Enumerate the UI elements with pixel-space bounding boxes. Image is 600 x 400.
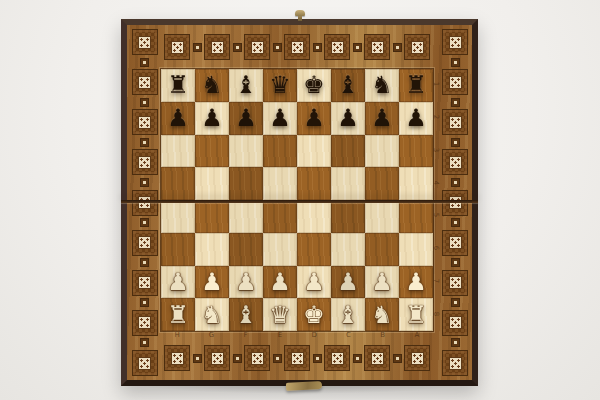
- black-king[interactable]: ♚: [303, 73, 325, 97]
- inlay-motif-center: [449, 36, 462, 49]
- square-c3[interactable]: [229, 233, 263, 266]
- white-pawn[interactable]: ♟: [405, 270, 427, 294]
- square-c8[interactable]: ♝: [229, 69, 263, 102]
- black-bishop[interactable]: ♝: [337, 73, 359, 97]
- inlay-motif-center: [449, 316, 462, 329]
- file-label-h: H: [160, 330, 194, 340]
- square-c1[interactable]: ♝: [229, 298, 263, 331]
- inlay-motif-center: [449, 116, 462, 129]
- inlay-motif: [204, 34, 230, 60]
- inlay-motif: [132, 310, 158, 336]
- inlay-mini-square: [140, 298, 149, 307]
- inlay-mini-square: [313, 354, 322, 363]
- inlay-motif-center: [211, 352, 224, 365]
- square-b4[interactable]: [195, 200, 229, 233]
- square-g1[interactable]: ♞: [365, 298, 399, 331]
- square-h7[interactable]: ♟: [399, 102, 433, 135]
- inlay-motif-center: [371, 352, 384, 365]
- inlay-mini-square: [140, 98, 149, 107]
- square-h2[interactable]: ♟: [399, 266, 433, 299]
- file-labels: HGFEDCBA: [160, 330, 434, 340]
- square-g8[interactable]: ♞: [365, 69, 399, 102]
- square-d1[interactable]: ♛: [263, 298, 297, 331]
- white-rook[interactable]: ♜: [167, 303, 189, 327]
- black-pawn[interactable]: ♟: [405, 106, 427, 130]
- inlay-motif: [364, 34, 390, 60]
- file-label-f: F: [229, 330, 263, 340]
- white-knight[interactable]: ♞: [201, 303, 223, 327]
- square-g5[interactable]: [365, 167, 399, 200]
- inlay-motif-center: [251, 352, 264, 365]
- chess-board: ♜♞♝♛♚♝♞♜♟♟♟♟♟♟♟♟♟♟♟♟♟♟♟♟♜♞♝♛♚♝♞♜ HGFEDCB…: [121, 19, 478, 386]
- white-pawn[interactable]: ♟: [337, 270, 359, 294]
- inlay-motif: [442, 310, 468, 336]
- inlay-motif-center: [411, 41, 424, 54]
- square-d3[interactable]: [263, 233, 297, 266]
- inlay-mini-square: [451, 338, 460, 347]
- black-rook[interactable]: ♜: [405, 73, 427, 97]
- inlay-motif-center: [449, 156, 462, 169]
- rank-label-5: 5: [433, 213, 441, 217]
- inlay-motif-center: [449, 236, 462, 249]
- rank-label-2: 2: [433, 115, 441, 119]
- inlay-mini-square: [273, 43, 282, 52]
- inlay-motif: [204, 345, 230, 371]
- inlay-motif-center: [138, 76, 151, 89]
- inlay-mini-square: [313, 43, 322, 52]
- inlay-mini-square: [451, 98, 460, 107]
- inlay-mini-square: [353, 43, 362, 52]
- square-c2[interactable]: ♟: [229, 266, 263, 299]
- square-e3[interactable]: [297, 233, 331, 266]
- black-pawn[interactable]: ♟: [371, 106, 393, 130]
- square-c5[interactable]: [229, 167, 263, 200]
- square-f5[interactable]: [331, 167, 365, 200]
- square-g2[interactable]: ♟: [365, 266, 399, 299]
- inlay-mini-square: [140, 258, 149, 267]
- black-pawn[interactable]: ♟: [201, 106, 223, 130]
- white-bishop[interactable]: ♝: [235, 303, 257, 327]
- inlay-motif-center: [171, 352, 184, 365]
- black-bishop[interactable]: ♝: [235, 73, 257, 97]
- inlay-motif-center: [371, 41, 384, 54]
- inlay-mini-square: [393, 43, 402, 52]
- white-queen[interactable]: ♛: [269, 303, 291, 327]
- inlay-motif-center: [138, 357, 151, 370]
- inlay-mini-square: [273, 354, 282, 363]
- inlay-motif: [324, 34, 350, 60]
- inlay-motif-center: [449, 76, 462, 89]
- file-label-d: D: [297, 330, 331, 340]
- inlay-mini-square: [233, 354, 242, 363]
- inlay-motif-center: [138, 316, 151, 329]
- white-king[interactable]: ♚: [303, 303, 325, 327]
- inlay-motif-center: [211, 41, 224, 54]
- square-a1[interactable]: ♜: [161, 298, 195, 331]
- black-rook[interactable]: ♜: [167, 73, 189, 97]
- black-knight[interactable]: ♞: [201, 73, 223, 97]
- rank-label-8: 8: [433, 311, 441, 315]
- square-b8[interactable]: ♞: [195, 69, 229, 102]
- rank-label-6: 6: [433, 246, 441, 250]
- inlay-motif: [284, 34, 310, 60]
- inlay-motif: [404, 345, 430, 371]
- inlay-motif: [244, 345, 270, 371]
- inlay-motif: [132, 109, 158, 135]
- square-a2[interactable]: ♟: [161, 266, 195, 299]
- square-c7[interactable]: ♟: [229, 102, 263, 135]
- inlay-motif: [442, 29, 468, 55]
- square-e1[interactable]: ♚: [297, 298, 331, 331]
- inlay-motif: [164, 345, 190, 371]
- inlay-motif: [364, 345, 390, 371]
- square-d2[interactable]: ♟: [263, 266, 297, 299]
- inlay-motif: [164, 34, 190, 60]
- inlay-mini-square: [451, 258, 460, 267]
- inlay-border-bottom: [162, 339, 432, 377]
- inlay-motif: [324, 345, 350, 371]
- square-d4[interactable]: [263, 200, 297, 233]
- square-a8[interactable]: ♜: [161, 69, 195, 102]
- inlay-mini-square: [353, 354, 362, 363]
- black-pawn[interactable]: ♟: [167, 106, 189, 130]
- white-pawn[interactable]: ♟: [371, 270, 393, 294]
- square-h8[interactable]: ♜: [399, 69, 433, 102]
- inlay-motif: [442, 109, 468, 135]
- inlay-motif: [132, 350, 158, 376]
- square-g6[interactable]: [365, 135, 399, 168]
- square-f1[interactable]: ♝: [331, 298, 365, 331]
- inlay-motif: [442, 69, 468, 95]
- inlay-motif: [132, 69, 158, 95]
- square-f3[interactable]: [331, 233, 365, 266]
- square-a6[interactable]: [161, 135, 195, 168]
- inlay-motif-center: [138, 156, 151, 169]
- inlay-motif: [404, 34, 430, 60]
- square-e2[interactable]: ♟: [297, 266, 331, 299]
- inlay-motif-center: [331, 352, 344, 365]
- board-photo-scene: ♜♞♝♛♚♝♞♜♟♟♟♟♟♟♟♟♟♟♟♟♟♟♟♟♜♞♝♛♚♝♞♜ HGFEDCB…: [0, 0, 600, 400]
- square-b6[interactable]: [195, 135, 229, 168]
- square-d8[interactable]: ♛: [263, 69, 297, 102]
- inlay-mini-square: [451, 138, 460, 147]
- black-pawn[interactable]: ♟: [337, 106, 359, 130]
- white-rook[interactable]: ♜: [405, 303, 427, 327]
- inlay-motif-center: [171, 41, 184, 54]
- square-d5[interactable]: [263, 167, 297, 200]
- file-label-a: A: [400, 330, 434, 340]
- square-h3[interactable]: [399, 233, 433, 266]
- white-pawn[interactable]: ♟: [269, 270, 291, 294]
- inlay-motif-center: [251, 41, 264, 54]
- square-a4[interactable]: [161, 200, 195, 233]
- square-c4[interactable]: [229, 200, 263, 233]
- inlay-mini-square: [233, 43, 242, 52]
- inlay-mini-square: [193, 354, 202, 363]
- square-f6[interactable]: [331, 135, 365, 168]
- file-label-c: C: [331, 330, 365, 340]
- inlay-motif-center: [138, 116, 151, 129]
- brass-knob-icon: [295, 10, 305, 16]
- square-a7[interactable]: ♟: [161, 102, 195, 135]
- inlay-motif: [132, 149, 158, 175]
- inlay-motif: [132, 270, 158, 296]
- inlay-mini-square: [451, 298, 460, 307]
- inlay-motif: [442, 230, 468, 256]
- inlay-mini-square: [140, 178, 149, 187]
- inlay-motif: [442, 270, 468, 296]
- inlay-motif: [244, 34, 270, 60]
- inlay-motif-center: [449, 357, 462, 370]
- inlay-mini-square: [393, 354, 402, 363]
- inlay-motif-center: [449, 276, 462, 289]
- square-h1[interactable]: ♜: [399, 298, 433, 331]
- file-label-e: E: [263, 330, 297, 340]
- white-pawn[interactable]: ♟: [235, 270, 257, 294]
- white-pawn[interactable]: ♟: [201, 270, 223, 294]
- square-g4[interactable]: [365, 200, 399, 233]
- inlay-mini-square: [193, 43, 202, 52]
- black-pawn[interactable]: ♟: [269, 106, 291, 130]
- inlay-motif: [442, 350, 468, 376]
- inlay-mini-square: [140, 138, 149, 147]
- square-e4[interactable]: [297, 200, 331, 233]
- rank-label-7: 7: [433, 279, 441, 283]
- square-h6[interactable]: [399, 135, 433, 168]
- white-pawn[interactable]: ♟: [303, 270, 325, 294]
- square-b7[interactable]: ♟: [195, 102, 229, 135]
- square-g7[interactable]: ♟: [365, 102, 399, 135]
- square-b1[interactable]: ♞: [195, 298, 229, 331]
- rank-label-4: 4: [433, 180, 441, 184]
- inlay-mini-square: [140, 338, 149, 347]
- file-label-g: G: [194, 330, 228, 340]
- square-f8[interactable]: ♝: [331, 69, 365, 102]
- inlay-motif-center: [138, 36, 151, 49]
- inlay-mini-square: [140, 218, 149, 227]
- square-d7[interactable]: ♟: [263, 102, 297, 135]
- square-b5[interactable]: [195, 167, 229, 200]
- square-g3[interactable]: [365, 233, 399, 266]
- rank-label-1: 1: [433, 82, 441, 86]
- square-e6[interactable]: [297, 135, 331, 168]
- fold-seam: [121, 200, 478, 203]
- square-f2[interactable]: ♟: [331, 266, 365, 299]
- file-label-b: B: [366, 330, 400, 340]
- inlay-mini-square: [451, 58, 460, 67]
- rank-labels: 12345678: [432, 68, 441, 330]
- square-e7[interactable]: ♟: [297, 102, 331, 135]
- inlay-motif-center: [138, 276, 151, 289]
- square-b3[interactable]: [195, 233, 229, 266]
- white-bishop[interactable]: ♝: [337, 303, 359, 327]
- inlay-motif-center: [291, 41, 304, 54]
- square-a3[interactable]: [161, 233, 195, 266]
- black-knight[interactable]: ♞: [371, 73, 393, 97]
- square-f4[interactable]: [331, 200, 365, 233]
- square-c6[interactable]: [229, 135, 263, 168]
- square-f7[interactable]: ♟: [331, 102, 365, 135]
- rank-label-3: 3: [433, 148, 441, 152]
- black-pawn[interactable]: ♟: [303, 106, 325, 130]
- inlay-motif: [442, 149, 468, 175]
- white-knight[interactable]: ♞: [371, 303, 393, 327]
- square-a5[interactable]: [161, 167, 195, 200]
- square-e8[interactable]: ♚: [297, 69, 331, 102]
- inlay-motif-center: [291, 352, 304, 365]
- square-h5[interactable]: [399, 167, 433, 200]
- inlay-motif-center: [331, 41, 344, 54]
- inlay-motif: [284, 345, 310, 371]
- inlay-border-top: [162, 28, 432, 66]
- inlay-mini-square: [140, 58, 149, 67]
- inlay-motif: [132, 29, 158, 55]
- square-d6[interactable]: [263, 135, 297, 168]
- inlay-mini-square: [451, 218, 460, 227]
- inlay-motif-center: [411, 352, 424, 365]
- inlay-motif: [132, 230, 158, 256]
- black-queen[interactable]: ♛: [269, 73, 291, 97]
- square-b2[interactable]: ♟: [195, 266, 229, 299]
- inlay-motif-center: [138, 236, 151, 249]
- inlay-mini-square: [451, 178, 460, 187]
- square-e5[interactable]: [297, 167, 331, 200]
- square-h4[interactable]: [399, 200, 433, 233]
- black-pawn[interactable]: ♟: [235, 106, 257, 130]
- white-pawn[interactable]: ♟: [167, 270, 189, 294]
